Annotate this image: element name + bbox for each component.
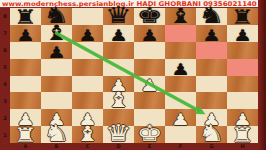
square-h5[interactable]	[227, 59, 258, 76]
square-f6[interactable]	[165, 42, 196, 59]
square-h1[interactable]: ♜	[227, 126, 258, 143]
piece-black-rook-h8[interactable]: ♜	[222, 7, 262, 27]
piece-black-pawn-f5[interactable]: ♟	[160, 62, 200, 78]
square-b4[interactable]	[41, 76, 72, 93]
rank-label-8: 8	[0, 8, 10, 25]
square-a3[interactable]	[10, 92, 41, 109]
square-f5[interactable]: ♟	[165, 59, 196, 76]
rank-label-4: 4	[0, 76, 10, 93]
square-e7[interactable]: ♟	[134, 25, 165, 42]
rank-label-3: 3	[0, 92, 10, 109]
file-label-c: C	[72, 143, 103, 150]
chess-app-screen: www.modernchess.persianblog.ir HADI GHOR…	[0, 0, 266, 150]
square-e1[interactable]: ♚	[134, 126, 165, 143]
rank-label-1: 1	[0, 126, 10, 143]
file-label-a: A	[10, 143, 41, 150]
rank-label-6: 6	[0, 42, 10, 59]
square-h7[interactable]: ♟	[227, 25, 258, 42]
square-g3[interactable]	[196, 92, 227, 109]
square-h8[interactable]: ♜	[227, 8, 258, 25]
piece-white-king-e1[interactable]: ♚	[129, 123, 169, 145]
rank-labels: 87654321	[0, 8, 10, 143]
file-label-e: E	[134, 143, 165, 150]
piece-black-pawn-b6[interactable]: ♟	[36, 45, 76, 61]
piece-black-pawn-h7[interactable]: ♟	[222, 28, 262, 44]
square-d3[interactable]: ♝	[103, 92, 134, 109]
file-label-g: G	[196, 143, 227, 150]
square-h4[interactable]	[227, 76, 258, 93]
rank-label-2: 2	[0, 109, 10, 126]
chess-board[interactable]: ♜♞♛♚♝♞♜♟♝♟♟♟♟♟♟♟♟♟♝♟♟♟♟♟♟♜♞♝♛♚♞♜	[10, 8, 258, 143]
file-label-h: H	[227, 143, 258, 150]
square-c5[interactable]	[72, 59, 103, 76]
square-b6[interactable]: ♟	[41, 42, 72, 59]
square-d5[interactable]	[103, 59, 134, 76]
square-g4[interactable]	[196, 76, 227, 93]
square-h3[interactable]	[227, 92, 258, 109]
square-a4[interactable]	[10, 76, 41, 93]
file-labels: ABCDEFGH	[0, 143, 266, 150]
file-label-d: D	[103, 143, 134, 150]
square-f3[interactable]	[165, 92, 196, 109]
rank-label-5: 5	[0, 59, 10, 76]
rank-label-7: 7	[0, 25, 10, 42]
file-label-b: B	[41, 143, 72, 150]
piece-white-bishop-d3[interactable]: ♝	[98, 90, 138, 111]
square-b3[interactable]	[41, 92, 72, 109]
piece-white-rook-h1[interactable]: ♜	[222, 125, 262, 145]
file-label-f: F	[165, 143, 196, 150]
piece-black-pawn-e7[interactable]: ♟	[129, 28, 169, 44]
square-a5[interactable]	[10, 59, 41, 76]
board-frame-right	[258, 0, 266, 150]
